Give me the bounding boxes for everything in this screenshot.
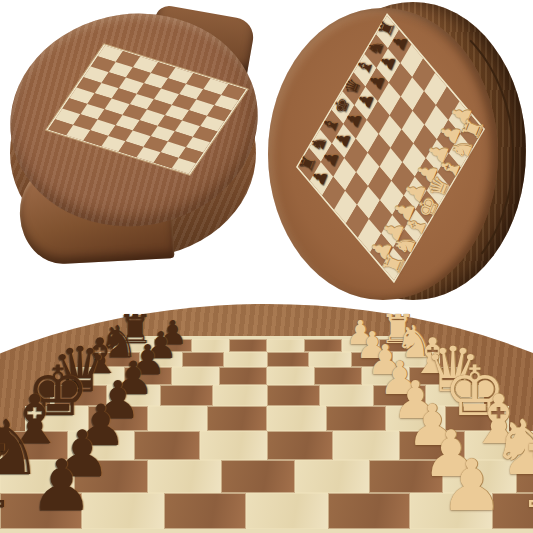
piece-black-pawn: ♟	[388, 32, 411, 54]
piece-black-pawn: ♟	[320, 148, 343, 170]
piece-white-pawn: ♟	[379, 355, 420, 401]
piece-white-knight: ♞	[447, 134, 477, 163]
piece-white-rook: ♜	[515, 434, 533, 521]
piece-black-queen: ♛	[342, 75, 365, 97]
piece-black-pawn: ♟	[366, 71, 389, 93]
product-photo-round-chess-set: ♟♞♟♝♟♜♟♟ ♜♞♝♛♚♝♞♜♟♟♟♟♟♟♟♟♟♟♟♟♟♟♟♟♜♞♝♛♚♝♞…	[0, 0, 533, 533]
piece-white-pawn: ♟	[400, 178, 430, 207]
piece-black-knight: ♞	[308, 133, 331, 155]
piece-white-pawn: ♟	[378, 216, 408, 245]
piece-white-pawn: ♟	[422, 422, 479, 486]
piece-white-pawn: ♟	[423, 139, 453, 168]
piece-white-pawn: ♟	[389, 197, 419, 226]
piece-black-pawn: ♟	[158, 316, 188, 349]
piece-black-bishop: ♝	[319, 114, 342, 136]
piece-white-queen: ♛	[425, 339, 481, 401]
piece-white-bishop: ♝	[411, 332, 455, 381]
piece-white-king: ♚	[444, 357, 506, 426]
piece-white-knight: ♞	[395, 320, 434, 364]
piece-white-pawn: ♟	[440, 450, 504, 521]
piece-black-pawn: ♟	[144, 327, 177, 364]
piece-black-pawn: ♟	[331, 128, 354, 150]
piece-white-knight: ♞	[491, 410, 533, 486]
piece-black-pawn: ♟	[354, 90, 377, 112]
piece-white-pawn: ♟	[446, 101, 476, 130]
scene-tilted-board: ♜♞♝♛♚♝♞♜♟♟♟♟♟♟♟♟♟♟♟♟♟♟♟♟♜♞♝♛♚♝♞♜	[266, 0, 533, 304]
piece-black-pawn: ♟	[113, 355, 154, 401]
piece-white-pawn: ♟	[412, 158, 442, 187]
piece-white-rook: ♜	[380, 309, 416, 349]
piece-black-knight: ♞	[365, 37, 388, 59]
piece-black-rook: ♜	[296, 152, 319, 174]
piece-black-pawn: ♟	[53, 422, 110, 486]
tilted-piece-layer: ♜♞♝♛♚♝♞♜♟♟♟♟♟♟♟♟♟♟♟♟♟♟♟♟♜♞♝♛♚♝♞♜	[266, 0, 533, 304]
piece-white-pawn: ♟	[434, 120, 464, 149]
piece-white-pawn: ♟	[392, 374, 439, 426]
piece-black-rook: ♜	[376, 18, 399, 40]
piece-white-pawn: ♟	[345, 316, 375, 349]
piece-black-knight: ♞	[0, 410, 42, 486]
piece-black-bishop: ♝	[353, 56, 376, 78]
piece-white-bishop: ♝	[435, 154, 465, 183]
piece-black-pawn: ♟	[75, 397, 126, 454]
piece-black-bishop: ♝	[78, 332, 122, 381]
scene-closed-box: ♟♞♟♝♟♜♟♟	[8, 8, 260, 264]
piece-black-rook: ♜	[117, 309, 153, 349]
piece-black-king: ♚	[27, 357, 89, 426]
piece-white-pawn: ♟	[367, 340, 404, 381]
piece-black-rook: ♜	[0, 434, 19, 521]
piece-white-bishop: ♝	[401, 211, 431, 240]
piece-white-knight: ♞	[390, 231, 420, 260]
piece-white-bishop: ♝	[468, 386, 529, 454]
piece-white-rook: ♜	[378, 250, 408, 279]
piece-black-pawn: ♟	[30, 450, 94, 521]
piece-white-pawn: ♟	[366, 235, 396, 264]
piece-black-pawn: ♟	[129, 340, 166, 381]
piece-white-rook: ♜	[458, 115, 488, 144]
piece-white-king: ♚	[413, 192, 443, 221]
piece-black-pawn: ♟	[309, 167, 332, 189]
piece-white-pawn: ♟	[356, 327, 389, 364]
piece-black-pawn: ♟	[94, 374, 141, 426]
piece-white-pawn: ♟	[407, 397, 458, 454]
piece-black-bishop: ♝	[4, 386, 65, 454]
piece-black-knight: ♞	[99, 320, 138, 364]
piece-black-pawn: ♟	[377, 51, 400, 73]
piece-white-queen: ♛	[424, 173, 454, 202]
piece-black-queen: ♛	[52, 339, 108, 401]
piece-black-pawn: ♟	[343, 109, 366, 131]
piece-black-king: ♚	[331, 95, 354, 117]
